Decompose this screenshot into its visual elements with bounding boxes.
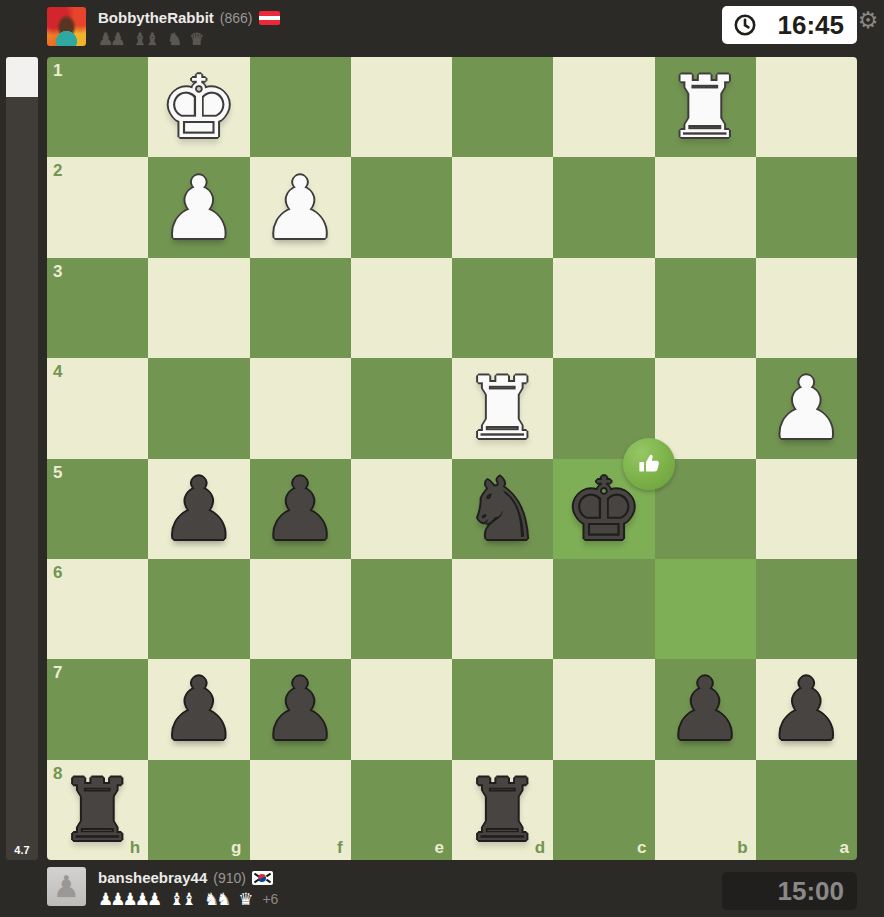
- top-player-avatar[interactable]: [47, 7, 86, 46]
- bottom-clock-time: 15:00: [778, 876, 845, 907]
- square-g2[interactable]: ♟: [148, 157, 249, 257]
- square-c7[interactable]: [553, 659, 654, 759]
- evaluation-value: 4.7: [6, 844, 38, 856]
- captured-bishop-group: ♝♝: [169, 891, 196, 908]
- bottom-captured-pieces: ♟♟♟♟♟♝♝♞♞♛+6: [98, 889, 278, 909]
- square-f8[interactable]: f: [250, 760, 351, 860]
- rank-label-2: 2: [53, 162, 62, 179]
- square-g4[interactable]: [148, 358, 249, 458]
- top-player-rating: (866): [220, 10, 253, 26]
- bottom-player-bar: ♟ bansheebray44 (910) ♟♟♟♟♟♝♝♞♞♛+6 15:00: [0, 860, 884, 917]
- square-h5[interactable]: 5: [47, 459, 148, 559]
- square-c3[interactable]: [553, 258, 654, 358]
- settings-gear-icon[interactable]: ⚙: [856, 8, 880, 32]
- evaluation-bar: 4.7: [6, 57, 38, 860]
- black-rook-h8[interactable]: ♜: [47, 760, 148, 860]
- good-move-thumbs-up-icon: [623, 438, 675, 490]
- square-a7[interactable]: ♟: [756, 659, 857, 759]
- square-a3[interactable]: [756, 258, 857, 358]
- square-h2[interactable]: 2: [47, 157, 148, 257]
- square-e2[interactable]: [351, 157, 452, 257]
- square-e6[interactable]: [351, 559, 452, 659]
- square-c5[interactable]: ♚: [553, 459, 654, 559]
- top-player-bar: BobbytheRabbit (866) ♟♟♝♝♞♛ 16:45 ⚙: [0, 0, 884, 57]
- chess-app-window: BobbytheRabbit (866) ♟♟♝♝♞♛ 16:45 ⚙ 4.7 …: [0, 0, 884, 917]
- black-pawn-f5[interactable]: ♟: [250, 459, 351, 559]
- square-b1[interactable]: ♜: [655, 57, 756, 157]
- square-a1[interactable]: [756, 57, 857, 157]
- square-d1[interactable]: [452, 57, 553, 157]
- square-d5[interactable]: ♞: [452, 459, 553, 559]
- square-e7[interactable]: [351, 659, 452, 759]
- black-pawn-f7[interactable]: ♟: [250, 659, 351, 759]
- file-label-e: e: [435, 839, 444, 856]
- square-h6[interactable]: 6: [47, 559, 148, 659]
- file-label-g: g: [231, 839, 241, 856]
- square-b7[interactable]: ♟: [655, 659, 756, 759]
- bottom-player-name[interactable]: bansheebray44: [98, 869, 207, 886]
- white-pawn-f2[interactable]: ♟: [250, 157, 351, 257]
- rank-label-4: 4: [53, 363, 62, 380]
- square-e4[interactable]: [351, 358, 452, 458]
- default-avatar-pawn-icon: ♟: [53, 872, 80, 902]
- square-g5[interactable]: ♟: [148, 459, 249, 559]
- square-f2[interactable]: ♟: [250, 157, 351, 257]
- evaluation-bar-white-part: [6, 57, 38, 97]
- captured-queen-group: ♛: [189, 31, 204, 48]
- square-a6[interactable]: [756, 559, 857, 659]
- black-pawn-a7[interactable]: ♟: [756, 659, 857, 759]
- material-advantage: +6: [262, 892, 278, 906]
- square-b8[interactable]: b: [655, 760, 756, 860]
- captured-bishop-group: ♝♝: [132, 31, 159, 48]
- bottom-player-avatar[interactable]: ♟: [47, 867, 86, 906]
- captured-pawn-group: ♟♟♟♟♟: [98, 891, 162, 908]
- square-d6[interactable]: [452, 559, 553, 659]
- square-e3[interactable]: [351, 258, 452, 358]
- square-d2[interactable]: [452, 157, 553, 257]
- square-f7[interactable]: ♟: [250, 659, 351, 759]
- white-king-g1[interactable]: ♚: [148, 57, 249, 157]
- square-b3[interactable]: [655, 258, 756, 358]
- square-d8[interactable]: d♜: [452, 760, 553, 860]
- file-label-b: b: [737, 839, 747, 856]
- square-f4[interactable]: [250, 358, 351, 458]
- black-pawn-g5[interactable]: ♟: [148, 459, 249, 559]
- square-b4[interactable]: [655, 358, 756, 458]
- square-e8[interactable]: e: [351, 760, 452, 860]
- rank-label-1: 1: [53, 62, 62, 79]
- square-g1[interactable]: ♚: [148, 57, 249, 157]
- rank-label-5: 5: [53, 464, 62, 481]
- square-d4[interactable]: ♜: [452, 358, 553, 458]
- square-g7[interactable]: ♟: [148, 659, 249, 759]
- square-e5[interactable]: [351, 459, 452, 559]
- square-a2[interactable]: [756, 157, 857, 257]
- square-b6[interactable]: [655, 559, 756, 659]
- square-e1[interactable]: [351, 57, 452, 157]
- rank-label-3: 3: [53, 263, 62, 280]
- clock-icon: [733, 13, 757, 37]
- square-h4[interactable]: 4: [47, 358, 148, 458]
- square-b2[interactable]: [655, 157, 756, 257]
- black-pawn-b7[interactable]: ♟: [655, 659, 756, 759]
- white-pawn-a4[interactable]: ♟: [756, 358, 857, 458]
- rank-label-6: 6: [53, 564, 62, 581]
- top-player-clock: 16:45: [722, 6, 857, 44]
- captured-knight-group: ♞♞: [204, 891, 231, 908]
- square-g8[interactable]: g: [148, 760, 249, 860]
- file-label-a: a: [840, 839, 849, 856]
- black-rook-d8[interactable]: ♜: [452, 760, 553, 860]
- square-g6[interactable]: [148, 559, 249, 659]
- square-a4[interactable]: ♟: [756, 358, 857, 458]
- white-rook-b1[interactable]: ♜: [655, 57, 756, 157]
- square-f1[interactable]: [250, 57, 351, 157]
- file-label-f: f: [337, 839, 343, 856]
- square-d7[interactable]: [452, 659, 553, 759]
- square-a8[interactable]: a: [756, 760, 857, 860]
- bottom-player-clock: 15:00: [722, 872, 857, 910]
- square-c2[interactable]: [553, 157, 654, 257]
- square-d3[interactable]: [452, 258, 553, 358]
- top-clock-time: 16:45: [778, 10, 845, 41]
- white-pawn-g2[interactable]: ♟: [148, 157, 249, 257]
- chess-board: 1♚♜2♟♟34♜♟5♟♟♞♚67♟♟♟♟8h♜gfed♜cba: [47, 57, 857, 860]
- square-g3[interactable]: [148, 258, 249, 358]
- white-rook-d4[interactable]: ♜: [452, 358, 553, 458]
- square-c8[interactable]: c: [553, 760, 654, 860]
- square-c6[interactable]: [553, 559, 654, 659]
- square-h1[interactable]: 1: [47, 57, 148, 157]
- captured-pawn-group: ♟♟: [98, 31, 125, 48]
- austria-flag-icon: [259, 11, 280, 25]
- square-c1[interactable]: [553, 57, 654, 157]
- captured-queen-group: ♛: [238, 891, 253, 908]
- top-player-name[interactable]: BobbytheRabbit: [98, 9, 214, 26]
- captured-knight-group: ♞: [167, 31, 182, 48]
- rank-label-7: 7: [53, 664, 62, 681]
- square-h3[interactable]: 3: [47, 258, 148, 358]
- bottom-player-rating: (910): [213, 870, 246, 886]
- square-f3[interactable]: [250, 258, 351, 358]
- file-label-c: c: [637, 839, 646, 856]
- south-korea-flag-icon: [252, 871, 273, 885]
- top-captured-pieces: ♟♟♝♝♞♛: [98, 29, 280, 49]
- square-f5[interactable]: ♟: [250, 459, 351, 559]
- black-pawn-g7[interactable]: ♟: [148, 659, 249, 759]
- black-knight-d5[interactable]: ♞: [452, 459, 553, 559]
- square-h7[interactable]: 7: [47, 659, 148, 759]
- square-h8[interactable]: 8h♜: [47, 760, 148, 860]
- square-f6[interactable]: [250, 559, 351, 659]
- square-a5[interactable]: [756, 459, 857, 559]
